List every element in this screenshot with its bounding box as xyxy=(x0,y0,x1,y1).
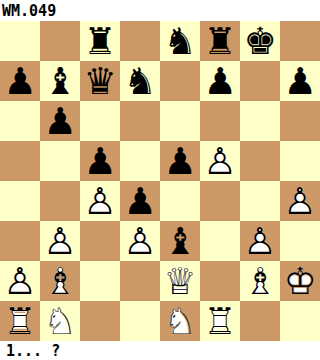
square-f6[interactable] xyxy=(200,101,240,141)
square-h5[interactable] xyxy=(280,141,320,181)
piece-wQ-fill: ♛ xyxy=(160,261,200,301)
piece-wN: ♘ xyxy=(160,301,200,341)
piece-bR: ♜ xyxy=(200,21,240,61)
square-h6[interactable] xyxy=(280,101,320,141)
square-b4[interactable] xyxy=(40,181,80,221)
piece-wN-fill: ♞ xyxy=(160,301,200,341)
piece-wR-fill: ♜ xyxy=(0,301,40,341)
square-e1[interactable]: ♞♘ xyxy=(160,301,200,341)
square-c5[interactable]: ♟ xyxy=(80,141,120,181)
piece-wK: ♔ xyxy=(280,261,320,301)
piece-wB-fill: ♝ xyxy=(240,261,280,301)
piece-bK: ♚ xyxy=(240,21,280,61)
square-g1[interactable] xyxy=(240,301,280,341)
chess-board: ♜♞♜♚♟♝♛♞♟♟♟♟♟♟♙♟♙♟♟♙♟♙♟♙♝♟♙♟♙♝♗♛♕♝♗♚♔♜♖♞… xyxy=(0,21,320,341)
piece-wP: ♙ xyxy=(120,221,160,261)
piece-bR: ♜ xyxy=(80,21,120,61)
puzzle-id: WM.049 xyxy=(2,2,56,20)
piece-wP: ♙ xyxy=(240,221,280,261)
piece-bP: ♟ xyxy=(0,61,40,101)
move-prompt: 1... ? xyxy=(6,342,60,360)
piece-wK-fill: ♚ xyxy=(280,261,320,301)
square-g7[interactable] xyxy=(240,61,280,101)
square-h4[interactable]: ♟♙ xyxy=(280,181,320,221)
square-a1[interactable]: ♜♖ xyxy=(0,301,40,341)
piece-bP: ♟ xyxy=(40,101,80,141)
square-g3[interactable]: ♟♙ xyxy=(240,221,280,261)
piece-wP: ♙ xyxy=(0,261,40,301)
square-b2[interactable]: ♝♗ xyxy=(40,261,80,301)
piece-wP-fill: ♟ xyxy=(0,261,40,301)
piece-wB-fill: ♝ xyxy=(40,261,80,301)
square-b7[interactable]: ♝ xyxy=(40,61,80,101)
square-f7[interactable]: ♟ xyxy=(200,61,240,101)
square-d3[interactable]: ♟♙ xyxy=(120,221,160,261)
square-d4[interactable]: ♟ xyxy=(120,181,160,221)
square-f1[interactable]: ♜♖ xyxy=(200,301,240,341)
title-bar: WM.049 xyxy=(0,0,320,21)
square-e5[interactable]: ♟ xyxy=(160,141,200,181)
piece-wR: ♖ xyxy=(0,301,40,341)
piece-wB: ♗ xyxy=(240,261,280,301)
square-e7[interactable] xyxy=(160,61,200,101)
square-e4[interactable] xyxy=(160,181,200,221)
square-b5[interactable] xyxy=(40,141,80,181)
piece-bB: ♝ xyxy=(160,221,200,261)
square-g4[interactable] xyxy=(240,181,280,221)
square-f5[interactable]: ♟♙ xyxy=(200,141,240,181)
piece-wP-fill: ♟ xyxy=(200,141,240,181)
square-c8[interactable]: ♜ xyxy=(80,21,120,61)
piece-wP-fill: ♟ xyxy=(240,221,280,261)
piece-wP-fill: ♟ xyxy=(40,221,80,261)
square-f3[interactable] xyxy=(200,221,240,261)
square-d6[interactable] xyxy=(120,101,160,141)
piece-wP: ♙ xyxy=(40,221,80,261)
square-h1[interactable] xyxy=(280,301,320,341)
square-a8[interactable] xyxy=(0,21,40,61)
square-a4[interactable] xyxy=(0,181,40,221)
piece-wP: ♙ xyxy=(80,181,120,221)
piece-wN-fill: ♞ xyxy=(40,301,80,341)
piece-wN: ♘ xyxy=(40,301,80,341)
piece-wR: ♖ xyxy=(200,301,240,341)
square-d2[interactable] xyxy=(120,261,160,301)
piece-wR-fill: ♜ xyxy=(200,301,240,341)
piece-bP: ♟ xyxy=(200,61,240,101)
square-c2[interactable] xyxy=(80,261,120,301)
square-e3[interactable]: ♝ xyxy=(160,221,200,261)
square-h2[interactable]: ♚♔ xyxy=(280,261,320,301)
square-a5[interactable] xyxy=(0,141,40,181)
square-a7[interactable]: ♟ xyxy=(0,61,40,101)
piece-bP: ♟ xyxy=(280,61,320,101)
piece-wP: ♙ xyxy=(280,181,320,221)
square-g5[interactable] xyxy=(240,141,280,181)
piece-bN: ♞ xyxy=(160,21,200,61)
square-d1[interactable] xyxy=(120,301,160,341)
square-g8[interactable]: ♚ xyxy=(240,21,280,61)
square-h8[interactable] xyxy=(280,21,320,61)
piece-bP: ♟ xyxy=(160,141,200,181)
square-e6[interactable] xyxy=(160,101,200,141)
piece-wP-fill: ♟ xyxy=(80,181,120,221)
square-f4[interactable] xyxy=(200,181,240,221)
square-c4[interactable]: ♟♙ xyxy=(80,181,120,221)
square-h7[interactable]: ♟ xyxy=(280,61,320,101)
square-c1[interactable] xyxy=(80,301,120,341)
piece-wB: ♗ xyxy=(40,261,80,301)
status-bar: 1... ? xyxy=(0,341,320,360)
piece-bP: ♟ xyxy=(120,181,160,221)
square-g2[interactable]: ♝♗ xyxy=(240,261,280,301)
square-c3[interactable] xyxy=(80,221,120,261)
piece-wQ: ♕ xyxy=(160,261,200,301)
square-d5[interactable] xyxy=(120,141,160,181)
piece-wP-fill: ♟ xyxy=(120,221,160,261)
piece-bP: ♟ xyxy=(80,141,120,181)
square-f8[interactable]: ♜ xyxy=(200,21,240,61)
piece-wP: ♙ xyxy=(200,141,240,181)
square-b3[interactable]: ♟♙ xyxy=(40,221,80,261)
square-d7[interactable]: ♞ xyxy=(120,61,160,101)
square-h3[interactable] xyxy=(280,221,320,261)
square-c7[interactable]: ♛ xyxy=(80,61,120,101)
piece-wP-fill: ♟ xyxy=(280,181,320,221)
square-a2[interactable]: ♟♙ xyxy=(0,261,40,301)
square-b8[interactable] xyxy=(40,21,80,61)
square-e8[interactable]: ♞ xyxy=(160,21,200,61)
square-g6[interactable] xyxy=(240,101,280,141)
square-b1[interactable]: ♞♘ xyxy=(40,301,80,341)
square-a6[interactable] xyxy=(0,101,40,141)
square-f2[interactable] xyxy=(200,261,240,301)
square-d8[interactable] xyxy=(120,21,160,61)
piece-bB: ♝ xyxy=(40,61,80,101)
piece-bQ: ♛ xyxy=(80,61,120,101)
square-e2[interactable]: ♛♕ xyxy=(160,261,200,301)
square-c6[interactable] xyxy=(80,101,120,141)
square-b6[interactable]: ♟ xyxy=(40,101,80,141)
piece-bN: ♞ xyxy=(120,61,160,101)
square-a3[interactable] xyxy=(0,221,40,261)
